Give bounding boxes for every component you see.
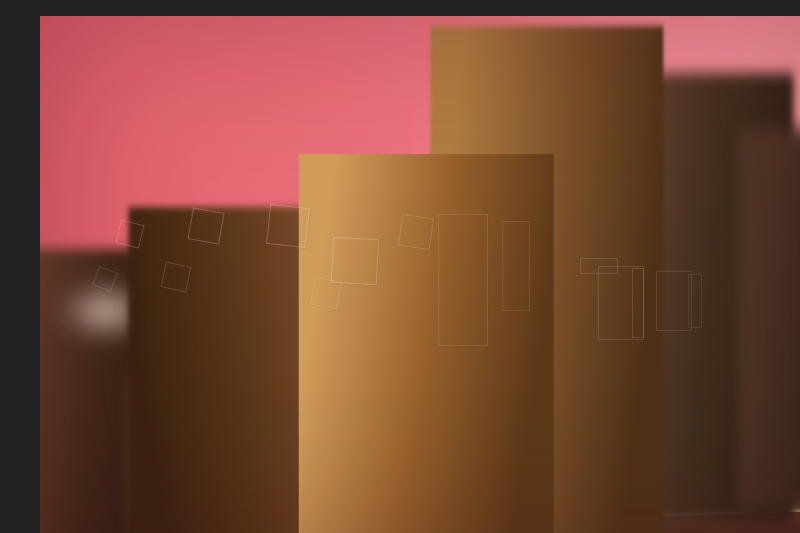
watermark-square xyxy=(331,237,379,285)
watermark-square xyxy=(502,221,530,311)
bishop-right-piece: ♝ xyxy=(738,129,800,509)
watermark-square xyxy=(187,207,224,244)
watermark-square xyxy=(398,214,434,250)
watermark-square xyxy=(632,268,644,338)
watermark-square xyxy=(656,271,692,331)
watermark-square xyxy=(310,277,342,309)
watermark-square xyxy=(161,262,192,293)
watermark-square xyxy=(266,204,310,248)
chess-photo: ♜♟♞♟♝♚♛♝ xyxy=(40,16,800,533)
watermark-square xyxy=(438,214,488,346)
bishop-piece: ♝ xyxy=(299,154,554,533)
watermark-square xyxy=(688,274,702,328)
